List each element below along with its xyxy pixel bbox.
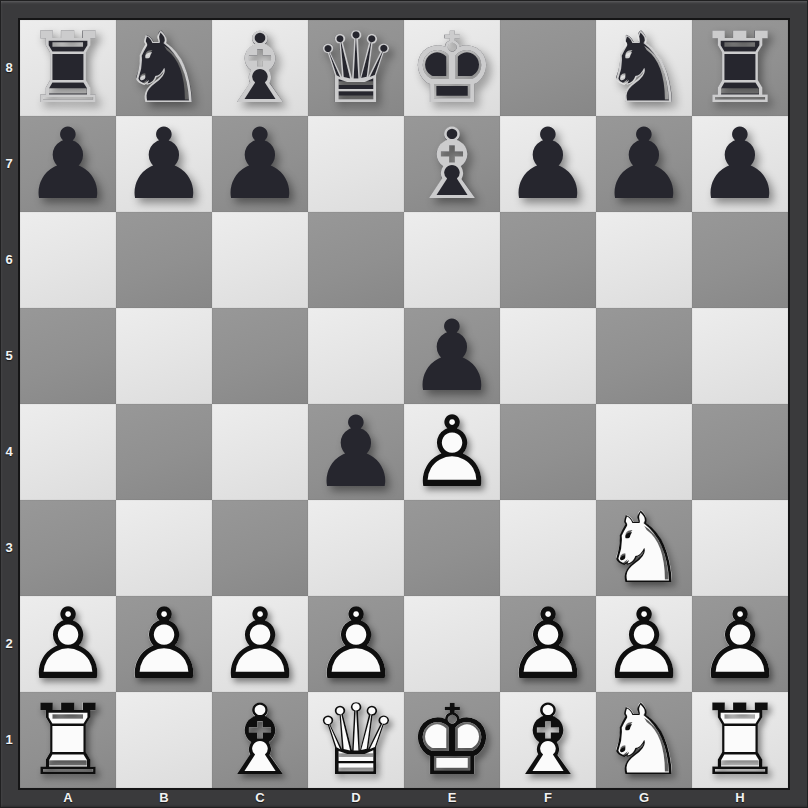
piece-white-rook[interactable]: ♜♖ [20, 692, 116, 788]
white-king-detail: ♔ [404, 692, 500, 788]
piece-black-bishop[interactable]: ♝♗ [212, 20, 308, 116]
white-bishop-detail: ♗ [212, 692, 308, 788]
square-d8[interactable]: ♛♕ [308, 20, 404, 116]
file-label-g: G [596, 788, 692, 808]
square-f7[interactable]: ♟ [500, 116, 596, 212]
square-h4[interactable] [692, 404, 788, 500]
piece-black-king[interactable]: ♚♔ [404, 20, 500, 116]
square-e3[interactable] [404, 500, 500, 596]
white-knight-glyph: ♞ [596, 692, 692, 788]
black-rook-glyph: ♜ [692, 20, 788, 116]
square-g7[interactable]: ♟ [596, 116, 692, 212]
white-pawn-glyph: ♟ [20, 596, 116, 692]
piece-white-pawn[interactable]: ♟♙ [500, 596, 596, 692]
piece-black-pawn[interactable]: ♟ [692, 116, 788, 212]
square-f4[interactable] [500, 404, 596, 500]
square-a3[interactable] [20, 500, 116, 596]
square-e2[interactable] [404, 596, 500, 692]
black-pawn-glyph: ♟ [116, 116, 212, 212]
piece-white-pawn[interactable]: ♟♙ [116, 596, 212, 692]
white-pawn-detail: ♙ [404, 404, 500, 500]
square-c4[interactable] [212, 404, 308, 500]
chess-board-frame: ♜♖♞♘♝♗♛♕♚♔♞♘♜♖♟♟♟♝♗♟♟♟♟♟♟♙♞♘♟♙♟♙♟♙♟♙♟♙♟♙… [0, 0, 808, 808]
white-knight-glyph: ♞ [596, 500, 692, 596]
square-f1[interactable]: ♝♗ [500, 692, 596, 788]
square-b8[interactable]: ♞♘ [116, 20, 212, 116]
piece-white-knight[interactable]: ♞♘ [596, 692, 692, 788]
rank-label-4: 4 [0, 404, 18, 500]
white-queen-glyph: ♛ [308, 692, 404, 788]
rank-label-1: 1 [0, 692, 18, 788]
piece-black-knight[interactable]: ♞♘ [116, 20, 212, 116]
white-pawn-glyph: ♟ [116, 596, 212, 692]
rank-label-8: 8 [0, 20, 18, 116]
white-rook-glyph: ♜ [20, 692, 116, 788]
white-bishop-detail: ♗ [500, 692, 596, 788]
black-pawn-glyph: ♟ [404, 308, 500, 404]
white-pawn-detail: ♙ [692, 596, 788, 692]
square-g3[interactable]: ♞♘ [596, 500, 692, 596]
square-d2[interactable]: ♟♙ [308, 596, 404, 692]
piece-black-pawn[interactable]: ♟ [500, 116, 596, 212]
square-c7[interactable]: ♟ [212, 116, 308, 212]
square-f6[interactable] [500, 212, 596, 308]
white-pawn-glyph: ♟ [596, 596, 692, 692]
square-d1[interactable]: ♛♕ [308, 692, 404, 788]
black-bishop-glyph: ♝ [404, 116, 500, 212]
square-e5[interactable]: ♟ [404, 308, 500, 404]
square-g8[interactable]: ♞♘ [596, 20, 692, 116]
white-queen-detail: ♕ [308, 692, 404, 788]
white-bishop-glyph: ♝ [500, 692, 596, 788]
square-f8[interactable] [500, 20, 596, 116]
piece-white-pawn[interactable]: ♟♙ [212, 596, 308, 692]
square-h8[interactable]: ♜♖ [692, 20, 788, 116]
piece-white-queen[interactable]: ♛♕ [308, 692, 404, 788]
white-pawn-detail: ♙ [20, 596, 116, 692]
file-label-c: C [212, 788, 308, 808]
square-c5[interactable] [212, 308, 308, 404]
rank-label-6: 6 [0, 212, 18, 308]
file-label-e: E [404, 788, 500, 808]
white-rook-glyph: ♜ [692, 692, 788, 788]
square-g5[interactable] [596, 308, 692, 404]
white-pawn-glyph: ♟ [212, 596, 308, 692]
piece-black-pawn[interactable]: ♟ [404, 308, 500, 404]
square-h2[interactable]: ♟♙ [692, 596, 788, 692]
square-a6[interactable] [20, 212, 116, 308]
chess-board: ♜♖♞♘♝♗♛♕♚♔♞♘♜♖♟♟♟♝♗♟♟♟♟♟♟♙♞♘♟♙♟♙♟♙♟♙♟♙♟♙… [20, 20, 788, 788]
black-rook-detail: ♖ [20, 20, 116, 116]
white-bishop-glyph: ♝ [212, 692, 308, 788]
square-d7[interactable] [308, 116, 404, 212]
black-pawn-glyph: ♟ [596, 116, 692, 212]
file-label-f: F [500, 788, 596, 808]
white-pawn-detail: ♙ [596, 596, 692, 692]
square-a7[interactable]: ♟ [20, 116, 116, 212]
square-f5[interactable] [500, 308, 596, 404]
piece-black-pawn[interactable]: ♟ [596, 116, 692, 212]
black-bishop-glyph: ♝ [212, 20, 308, 116]
white-pawn-detail: ♙ [116, 596, 212, 692]
black-knight-glyph: ♞ [596, 20, 692, 116]
file-label-b: B [116, 788, 212, 808]
square-b6[interactable] [116, 212, 212, 308]
piece-white-pawn[interactable]: ♟♙ [692, 596, 788, 692]
white-rook-detail: ♖ [692, 692, 788, 788]
black-king-detail: ♔ [404, 20, 500, 116]
square-h1[interactable]: ♜♖ [692, 692, 788, 788]
piece-white-pawn[interactable]: ♟♙ [308, 596, 404, 692]
black-knight-detail: ♘ [116, 20, 212, 116]
square-h6[interactable] [692, 212, 788, 308]
square-h7[interactable]: ♟ [692, 116, 788, 212]
piece-white-bishop[interactable]: ♝♗ [500, 692, 596, 788]
square-g2[interactable]: ♟♙ [596, 596, 692, 692]
piece-white-bishop[interactable]: ♝♗ [212, 692, 308, 788]
square-d6[interactable] [308, 212, 404, 308]
piece-black-rook[interactable]: ♜♖ [20, 20, 116, 116]
white-rook-detail: ♖ [20, 692, 116, 788]
white-pawn-glyph: ♟ [500, 596, 596, 692]
white-pawn-glyph: ♟ [308, 596, 404, 692]
square-g6[interactable] [596, 212, 692, 308]
white-pawn-glyph: ♟ [692, 596, 788, 692]
piece-black-queen[interactable]: ♛♕ [308, 20, 404, 116]
square-c3[interactable] [212, 500, 308, 596]
square-g1[interactable]: ♞♘ [596, 692, 692, 788]
file-label-h: H [692, 788, 788, 808]
square-c6[interactable] [212, 212, 308, 308]
black-pawn-glyph: ♟ [692, 116, 788, 212]
piece-white-pawn[interactable]: ♟♙ [596, 596, 692, 692]
square-a4[interactable] [20, 404, 116, 500]
square-a5[interactable] [20, 308, 116, 404]
square-d3[interactable] [308, 500, 404, 596]
piece-black-pawn[interactable]: ♟ [212, 116, 308, 212]
square-f2[interactable]: ♟♙ [500, 596, 596, 692]
rank-label-5: 5 [0, 308, 18, 404]
piece-black-pawn[interactable]: ♟ [20, 116, 116, 212]
black-knight-detail: ♘ [596, 20, 692, 116]
square-b7[interactable]: ♟ [116, 116, 212, 212]
square-d4[interactable]: ♟ [308, 404, 404, 500]
piece-black-pawn[interactable]: ♟ [308, 404, 404, 500]
square-h3[interactable] [692, 500, 788, 596]
square-b4[interactable] [116, 404, 212, 500]
white-pawn-glyph: ♟ [404, 404, 500, 500]
black-knight-glyph: ♞ [116, 20, 212, 116]
square-a2[interactable]: ♟♙ [20, 596, 116, 692]
rank-label-3: 3 [0, 500, 18, 596]
black-bishop-detail: ♗ [404, 116, 500, 212]
piece-black-knight[interactable]: ♞♘ [596, 20, 692, 116]
piece-white-knight[interactable]: ♞♘ [596, 500, 692, 596]
piece-black-bishop[interactable]: ♝♗ [404, 116, 500, 212]
white-pawn-detail: ♙ [500, 596, 596, 692]
square-b5[interactable] [116, 308, 212, 404]
black-pawn-glyph: ♟ [308, 404, 404, 500]
square-c8[interactable]: ♝♗ [212, 20, 308, 116]
black-rook-detail: ♖ [692, 20, 788, 116]
square-c1[interactable]: ♝♗ [212, 692, 308, 788]
square-f3[interactable] [500, 500, 596, 596]
square-a8[interactable]: ♜♖ [20, 20, 116, 116]
black-pawn-glyph: ♟ [212, 116, 308, 212]
white-knight-detail: ♘ [596, 500, 692, 596]
square-e7[interactable]: ♝♗ [404, 116, 500, 212]
piece-white-king[interactable]: ♚♔ [404, 692, 500, 788]
square-b3[interactable] [116, 500, 212, 596]
file-label-d: D [308, 788, 404, 808]
black-queen-detail: ♕ [308, 20, 404, 116]
piece-black-rook[interactable]: ♜♖ [692, 20, 788, 116]
square-e4[interactable]: ♟♙ [404, 404, 500, 500]
piece-white-pawn[interactable]: ♟♙ [20, 596, 116, 692]
black-pawn-glyph: ♟ [20, 116, 116, 212]
piece-black-pawn[interactable]: ♟ [116, 116, 212, 212]
rank-label-7: 7 [0, 116, 18, 212]
piece-white-pawn[interactable]: ♟♙ [404, 404, 500, 500]
square-b2[interactable]: ♟♙ [116, 596, 212, 692]
black-rook-glyph: ♜ [20, 20, 116, 116]
square-a1[interactable]: ♜♖ [20, 692, 116, 788]
black-pawn-glyph: ♟ [500, 116, 596, 212]
white-knight-detail: ♘ [596, 692, 692, 788]
square-h5[interactable] [692, 308, 788, 404]
square-d5[interactable] [308, 308, 404, 404]
square-c2[interactable]: ♟♙ [212, 596, 308, 692]
piece-white-rook[interactable]: ♜♖ [692, 692, 788, 788]
square-e6[interactable] [404, 212, 500, 308]
rank-label-2: 2 [0, 596, 18, 692]
square-e1[interactable]: ♚♔ [404, 692, 500, 788]
file-label-a: A [20, 788, 116, 808]
square-e8[interactable]: ♚♔ [404, 20, 500, 116]
white-pawn-detail: ♙ [212, 596, 308, 692]
black-bishop-detail: ♗ [212, 20, 308, 116]
white-pawn-detail: ♙ [308, 596, 404, 692]
square-b1[interactable] [116, 692, 212, 788]
black-king-glyph: ♚ [404, 20, 500, 116]
square-g4[interactable] [596, 404, 692, 500]
white-king-glyph: ♚ [404, 692, 500, 788]
black-queen-glyph: ♛ [308, 20, 404, 116]
